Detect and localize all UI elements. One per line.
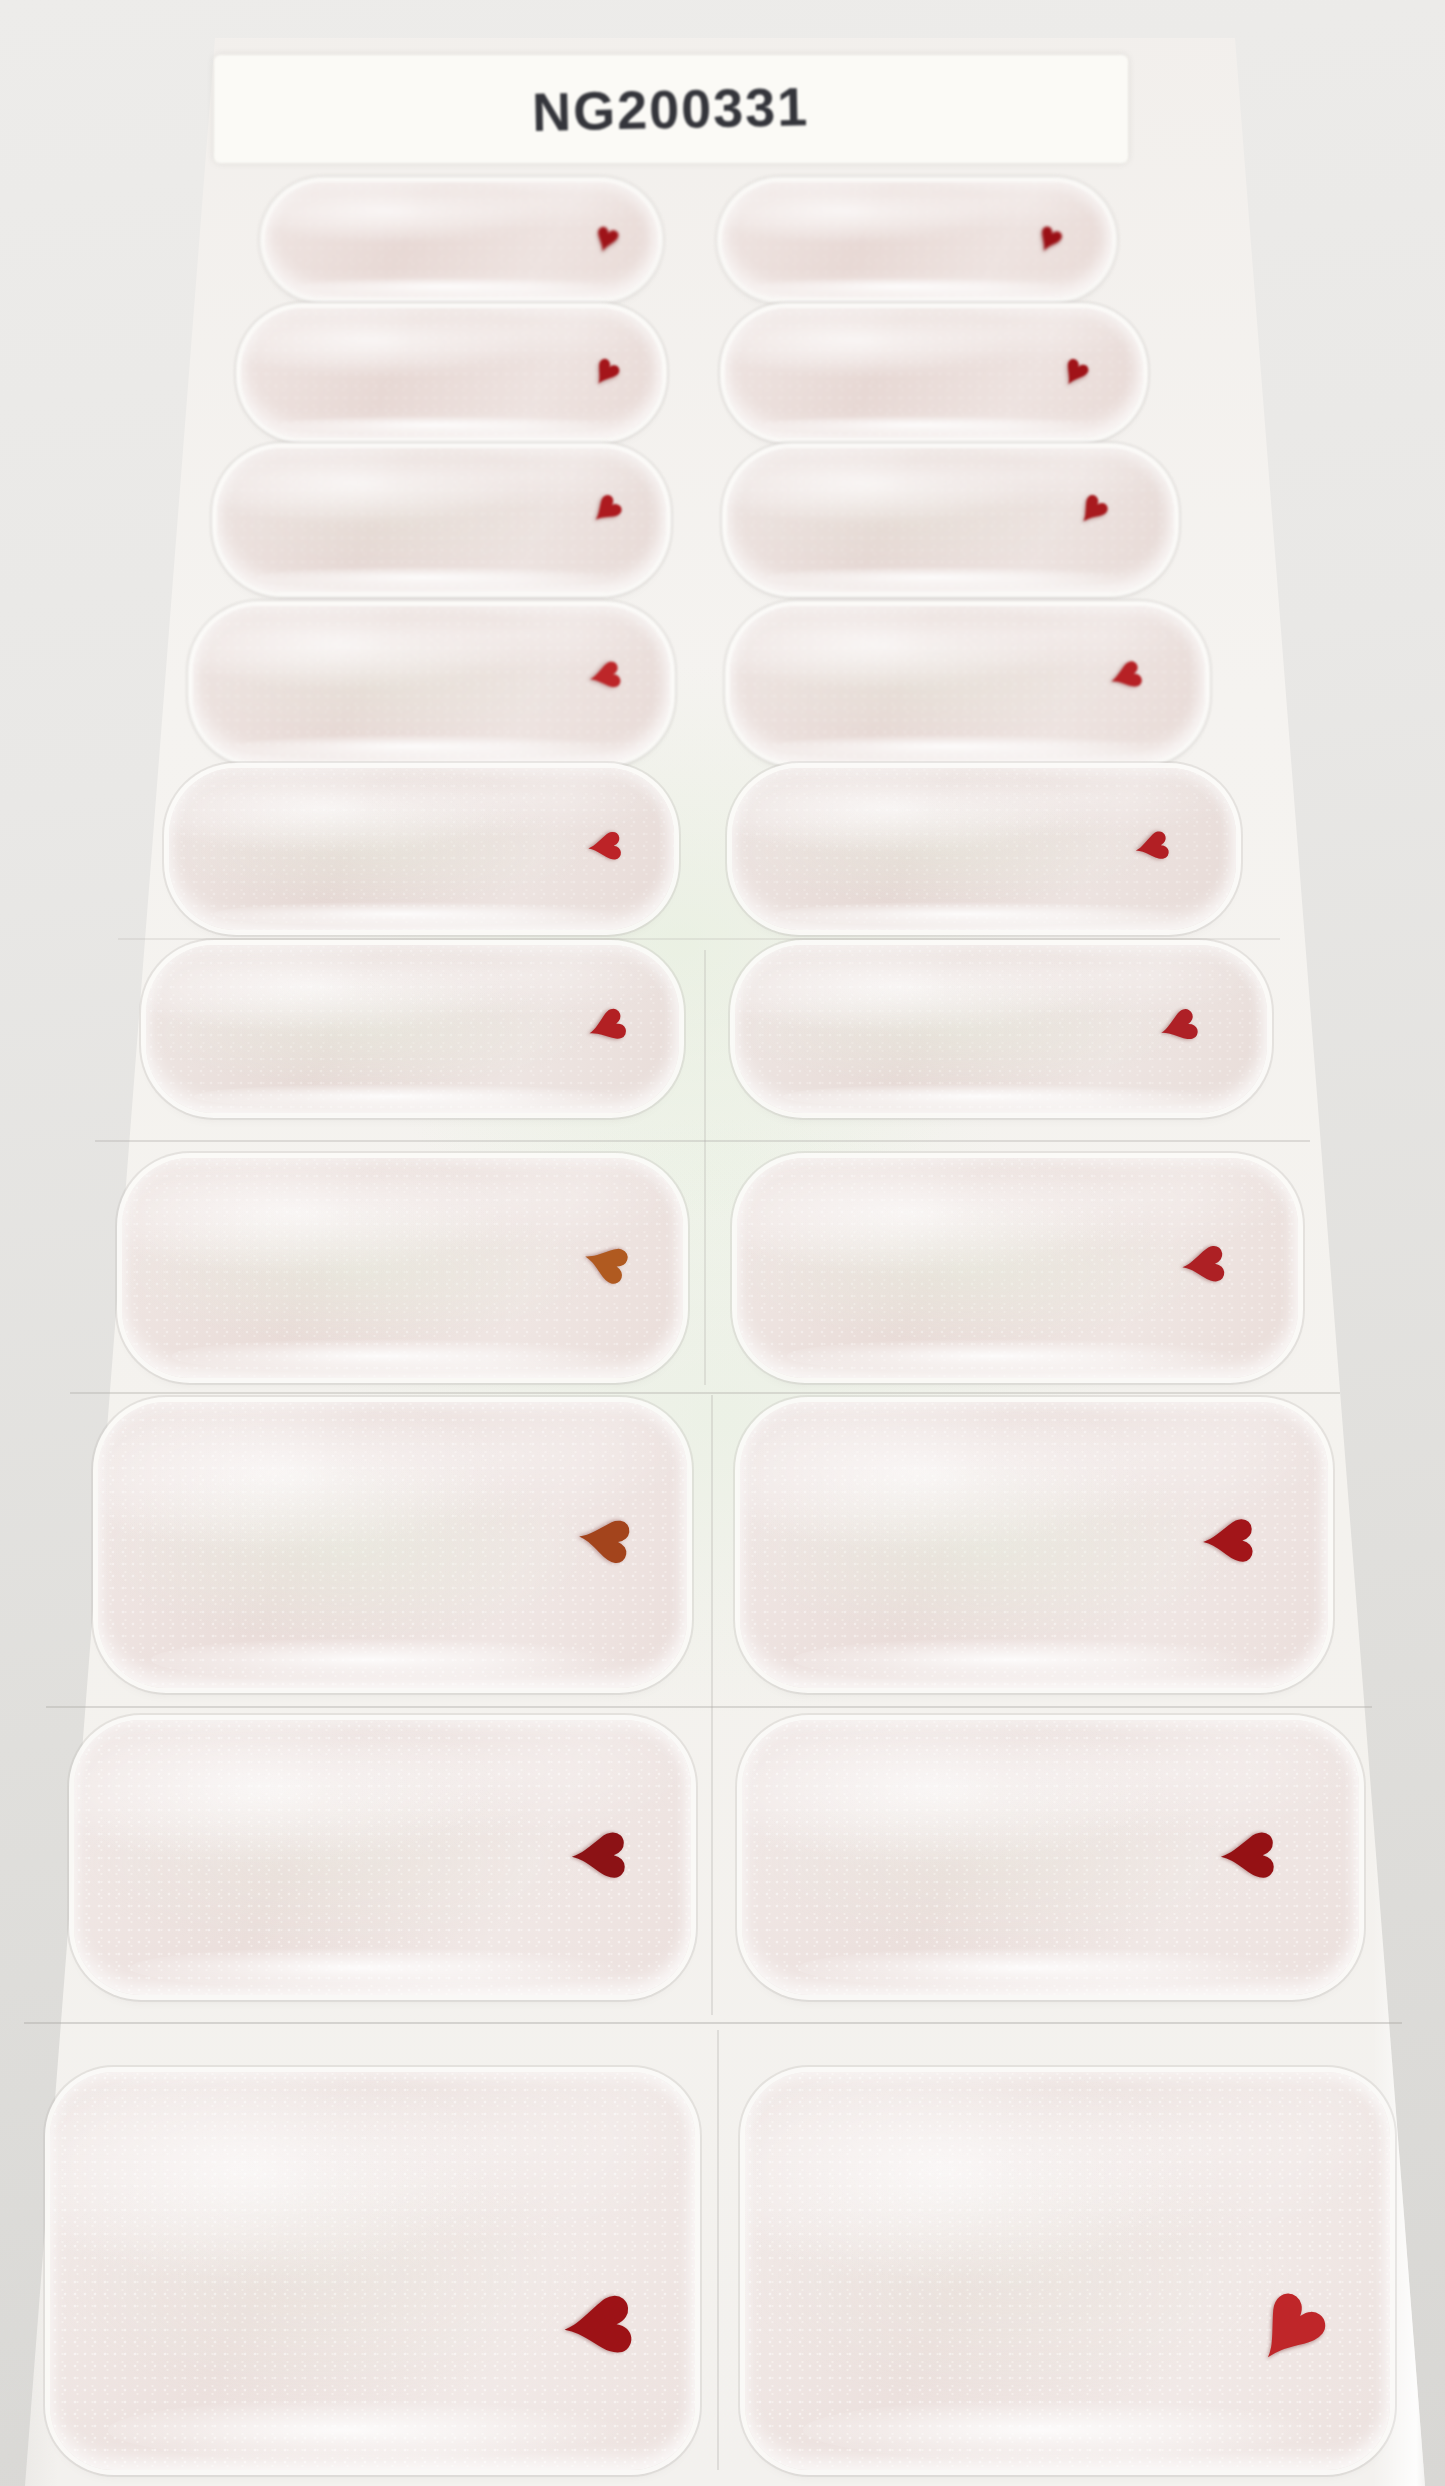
red-heart-decal: ♥ — [584, 345, 630, 396]
cut-line-horizontal — [70, 1392, 1340, 1394]
cut-line-vertical — [717, 2030, 719, 2470]
batch-code: NG200331 — [532, 75, 810, 143]
red-heart-decal: ♥ — [1147, 999, 1217, 1053]
red-heart-decal: ♥ — [589, 214, 626, 262]
nail-strip-r2-left: ♥ — [241, 308, 662, 438]
cut-line-horizontal — [46, 1706, 1372, 1708]
red-heart-decal: ♥ — [578, 827, 637, 866]
nail-strip-r4-left: ♥ — [193, 606, 670, 762]
red-heart-decal: ♥ — [1100, 653, 1159, 698]
nail-strip-r2-right: ♥ — [725, 308, 1143, 438]
cut-line-vertical — [711, 1395, 713, 2015]
nail-strip-r6-right: ♥ — [735, 945, 1267, 1113]
nail-strip-r4-right: ♥ — [730, 606, 1205, 762]
red-heart-decal: ♥ — [564, 1509, 656, 1572]
red-heart-decal: ♥ — [1068, 481, 1121, 536]
batch-label: NG200331 — [214, 55, 1128, 163]
nail-strip-r6-left: ♥ — [146, 945, 679, 1113]
nail-strip-r9-left: ♥ — [74, 1720, 691, 1995]
nail-strip-r9-right: ♥ — [742, 1720, 1359, 1995]
red-heart-decal: ♥ — [1170, 1239, 1246, 1289]
red-heart-decal: ♥ — [544, 2285, 666, 2365]
red-heart-decal: ♥ — [1124, 824, 1186, 868]
red-heart-decal: ♥ — [569, 1233, 651, 1296]
nail-strip-r1-left: ♥ — [265, 182, 658, 298]
cut-line-horizontal — [24, 2022, 1402, 2024]
nail-strip-r5-left: ♥ — [169, 768, 674, 930]
nail-wrap-sheet-photo: NG200331 ♥♥♥♥♥♥♥♥♥♥♥♥♥♥♥♥♥♥♥♥ — [0, 0, 1445, 2486]
red-heart-decal: ♥ — [1207, 1826, 1301, 1884]
cut-line-horizontal — [95, 1140, 1310, 1142]
red-heart-decal: ♥ — [1231, 2259, 1356, 2392]
red-heart-decal: ♥ — [581, 482, 636, 535]
nail-strip-r3-left: ♥ — [217, 448, 666, 592]
nail-strip-r7-left: ♥ — [122, 1158, 683, 1378]
cut-line-horizontal — [118, 938, 1280, 940]
nail-strip-r5-right: ♥ — [732, 768, 1236, 930]
red-heart-decal: ♥ — [1054, 345, 1099, 396]
red-heart-decal: ♥ — [579, 655, 636, 696]
nail-strip-r7-right: ♥ — [737, 1158, 1298, 1378]
red-heart-decal: ♥ — [1190, 1514, 1278, 1568]
red-heart-decal: ♥ — [575, 998, 646, 1054]
cut-line-vertical — [704, 950, 706, 1385]
nail-strip-r8-left: ♥ — [98, 1402, 687, 1688]
red-heart-decal: ♥ — [558, 1826, 652, 1884]
nail-strip-r1-right: ♥ — [722, 182, 1112, 298]
nail-strip-r8-right: ♥ — [740, 1402, 1328, 1688]
nail-strip-r10-left: ♥ — [50, 2072, 695, 2470]
nail-strip-r10-right: ♥ — [745, 2072, 1390, 2470]
nail-strip-r3-right: ♥ — [727, 448, 1174, 592]
red-heart-decal: ♥ — [1030, 214, 1071, 263]
